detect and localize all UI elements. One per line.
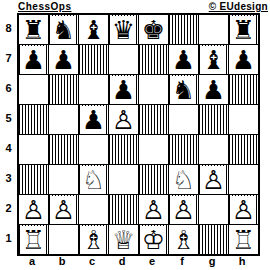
black-pawn: ♟ — [201, 76, 226, 104]
square-d2[interactable] — [109, 195, 138, 224]
square-a1[interactable]: ♖ — [19, 225, 48, 254]
square-h1[interactable]: ♖ — [229, 225, 258, 254]
square-e4[interactable] — [139, 135, 168, 164]
white-rook: ♖ — [231, 226, 256, 254]
black-pawn: ♟ — [51, 46, 76, 74]
square-f2[interactable]: ♙ — [169, 195, 198, 224]
square-c3[interactable]: ♘ — [79, 165, 108, 194]
square-d7[interactable] — [109, 45, 138, 74]
square-g3[interactable]: ♙ — [199, 165, 228, 194]
file-label-h: h — [227, 255, 257, 268]
square-f8[interactable] — [169, 15, 198, 44]
black-rook: ♜ — [231, 16, 256, 44]
square-c1[interactable]: ♗ — [79, 225, 108, 254]
square-f1[interactable]: ♗ — [169, 225, 198, 254]
square-e2[interactable]: ♙ — [139, 195, 168, 224]
file-label-d: d — [107, 255, 137, 268]
square-a5[interactable] — [19, 105, 48, 134]
square-f6[interactable]: ♞ — [169, 75, 198, 104]
rank-label-2: 2 — [2, 193, 15, 223]
white-bishop: ♗ — [171, 226, 196, 254]
square-h7[interactable]: ♟ — [229, 45, 258, 74]
square-h6[interactable] — [229, 75, 258, 104]
rank-label-1: 1 — [2, 223, 15, 253]
square-g8[interactable] — [199, 15, 228, 44]
square-d1[interactable]: ♕ — [109, 225, 138, 254]
square-c8[interactable]: ♝ — [79, 15, 108, 44]
chess-board: ♜♞♝♛♚♜♟♟♟♝♟♟♞♟♟♙♘♘♙♙♙♙♙♙♖♗♕♔♗♖ — [17, 13, 260, 256]
square-g1[interactable] — [199, 225, 228, 254]
square-b3[interactable] — [49, 165, 78, 194]
square-a3[interactable] — [19, 165, 48, 194]
rank-label-5: 5 — [2, 103, 15, 133]
rank-label-3: 3 — [2, 163, 15, 193]
square-f7[interactable]: ♟ — [169, 45, 198, 74]
rank-labels: 87654321 — [2, 13, 15, 253]
square-c7[interactable] — [79, 45, 108, 74]
square-h3[interactable] — [229, 165, 258, 194]
square-f3[interactable]: ♘ — [169, 165, 198, 194]
white-pawn: ♙ — [21, 196, 46, 224]
file-label-f: f — [167, 255, 197, 268]
black-pawn: ♟ — [81, 106, 106, 134]
square-b5[interactable] — [49, 105, 78, 134]
black-pawn: ♟ — [171, 46, 196, 74]
black-rook: ♜ — [21, 16, 46, 44]
white-king: ♔ — [141, 226, 166, 254]
black-king: ♚ — [141, 16, 166, 44]
white-knight: ♘ — [81, 166, 106, 194]
square-h8[interactable]: ♜ — [229, 15, 258, 44]
black-knight: ♞ — [51, 16, 76, 44]
square-d5[interactable]: ♙ — [109, 105, 138, 134]
square-b7[interactable]: ♟ — [49, 45, 78, 74]
square-a6[interactable] — [19, 75, 48, 104]
square-a8[interactable]: ♜ — [19, 15, 48, 44]
black-bishop: ♝ — [201, 46, 226, 74]
square-h4[interactable] — [229, 135, 258, 164]
rank-label-6: 6 — [2, 73, 15, 103]
rank-label-8: 8 — [2, 13, 15, 43]
square-f4[interactable] — [169, 135, 198, 164]
square-d8[interactable]: ♛ — [109, 15, 138, 44]
square-e8[interactable]: ♚ — [139, 15, 168, 44]
black-pawn: ♟ — [231, 46, 256, 74]
square-e5[interactable] — [139, 105, 168, 134]
square-a2[interactable]: ♙ — [19, 195, 48, 224]
square-g7[interactable]: ♝ — [199, 45, 228, 74]
square-g4[interactable] — [199, 135, 228, 164]
square-h2[interactable]: ♙ — [229, 195, 258, 224]
square-f5[interactable] — [169, 105, 198, 134]
square-c5[interactable]: ♟ — [79, 105, 108, 134]
square-a4[interactable] — [19, 135, 48, 164]
copyright-link[interactable]: © EUdesign — [209, 1, 268, 12]
white-pawn: ♙ — [201, 166, 226, 194]
file-label-e: e — [137, 255, 167, 268]
file-label-b: b — [47, 255, 77, 268]
white-queen: ♕ — [111, 226, 136, 254]
black-bishop: ♝ — [81, 16, 106, 44]
square-g6[interactable]: ♟ — [199, 75, 228, 104]
rank-label-4: 4 — [2, 133, 15, 163]
white-pawn: ♙ — [171, 196, 196, 224]
black-knight: ♞ — [171, 76, 196, 104]
square-e7[interactable] — [139, 45, 168, 74]
square-e6[interactable] — [139, 75, 168, 104]
white-pawn: ♙ — [141, 196, 166, 224]
square-b2[interactable]: ♙ — [49, 195, 78, 224]
square-g2[interactable] — [199, 195, 228, 224]
black-pawn: ♟ — [21, 46, 46, 74]
square-g5[interactable] — [199, 105, 228, 134]
square-a7[interactable]: ♟ — [19, 45, 48, 74]
square-b4[interactable] — [49, 135, 78, 164]
square-h5[interactable] — [229, 105, 258, 134]
white-pawn: ♙ — [51, 196, 76, 224]
white-bishop: ♗ — [81, 226, 106, 254]
square-c6[interactable] — [79, 75, 108, 104]
square-c2[interactable] — [79, 195, 108, 224]
square-e1[interactable]: ♔ — [139, 225, 168, 254]
file-label-c: c — [77, 255, 107, 268]
diagram-canvas: ChessOps © EUdesign 87654321 ♜♞♝♛♚♜♟♟♟♝♟… — [0, 0, 270, 270]
app-title-link[interactable]: ChessOps — [18, 1, 71, 12]
square-e3[interactable] — [139, 165, 168, 194]
file-label-g: g — [197, 255, 227, 268]
rank-label-7: 7 — [2, 43, 15, 73]
white-rook: ♖ — [21, 226, 46, 254]
file-labels: abcdefgh — [17, 255, 257, 268]
black-queen: ♛ — [111, 16, 136, 44]
white-knight: ♘ — [171, 166, 196, 194]
square-d6[interactable]: ♟ — [109, 75, 138, 104]
file-label-a: a — [17, 255, 47, 268]
square-c4[interactable] — [79, 135, 108, 164]
square-b1[interactable] — [49, 225, 78, 254]
square-b6[interactable] — [49, 75, 78, 104]
square-b8[interactable]: ♞ — [49, 15, 78, 44]
black-pawn: ♟ — [111, 76, 136, 104]
white-pawn: ♙ — [111, 106, 136, 134]
square-d3[interactable] — [109, 165, 138, 194]
square-d4[interactable] — [109, 135, 138, 164]
white-pawn: ♙ — [231, 196, 256, 224]
